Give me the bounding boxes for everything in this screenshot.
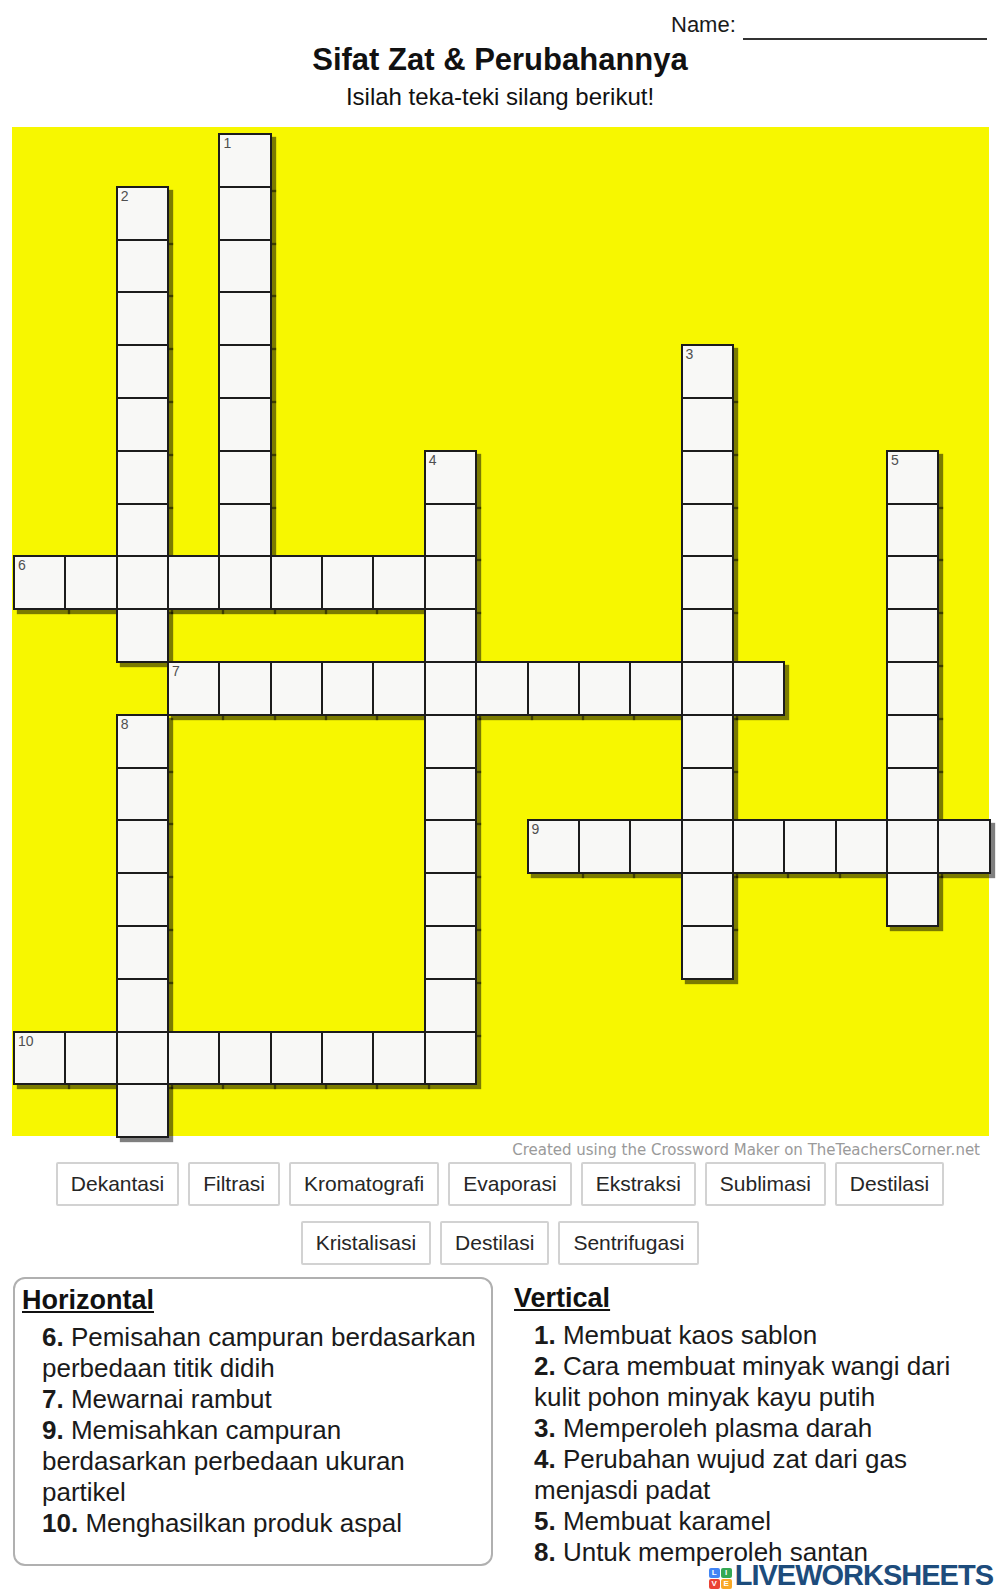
cell-r6c17[interactable]: 5 <box>886 450 939 505</box>
clue-item: 10. Menghasilkan produk aspal <box>42 1508 482 1539</box>
clue-item: 6. Pemisahan campuran berdasarkan perbed… <box>42 1322 482 1384</box>
cell-r10c10[interactable] <box>527 661 580 716</box>
cell-r11c2[interactable]: 8 <box>116 714 169 769</box>
cell-r14c2[interactable] <box>116 872 169 927</box>
worksheet-page: Name: Sifat Zat & Perubahannya Isilah te… <box>0 0 1000 1596</box>
clue-number-9: 9 <box>532 821 540 837</box>
word-bank-item: Evaporasi <box>448 1162 571 1206</box>
cell-r17c2[interactable] <box>116 1031 169 1086</box>
cell-r13c14[interactable] <box>732 819 785 874</box>
cell-r15c2[interactable] <box>116 925 169 980</box>
cell-r13c15[interactable] <box>783 819 836 874</box>
name-label: Name: <box>671 12 736 38</box>
cell-r10c3[interactable]: 7 <box>167 661 220 716</box>
word-bank-item: Ekstraksi <box>581 1162 696 1206</box>
cell-r12c17[interactable] <box>886 767 939 822</box>
cell-r5c2[interactable] <box>116 397 169 452</box>
clue-number-5: 5 <box>891 452 899 468</box>
cell-r3c4[interactable] <box>218 291 271 346</box>
cell-r7c17[interactable] <box>886 503 939 558</box>
cell-r17c6[interactable] <box>321 1031 374 1086</box>
cell-r12c8[interactable] <box>424 767 477 822</box>
cell-r17c5[interactable] <box>270 1031 323 1086</box>
cell-r2c4[interactable] <box>218 239 271 294</box>
cell-r8c0[interactable]: 6 <box>13 555 66 610</box>
clue-number-4: 4 <box>429 452 437 468</box>
cell-r15c8[interactable] <box>424 925 477 980</box>
name-blank-line[interactable] <box>743 38 987 40</box>
cell-r8c3[interactable] <box>167 555 220 610</box>
clue-number-7: 7 <box>172 663 180 679</box>
cell-r17c0[interactable]: 10 <box>13 1031 66 1086</box>
word-bank-item: Sublimasi <box>705 1162 826 1206</box>
cell-r7c8[interactable] <box>424 503 477 558</box>
word-bank-item: Filtrasi <box>188 1162 280 1206</box>
cell-r13c8[interactable] <box>424 819 477 874</box>
logo-letter-e: E <box>721 1579 732 1589</box>
word-bank-item: Destilasi <box>440 1221 549 1265</box>
clue-item: 7. Mewarnai rambut <box>42 1384 482 1415</box>
word-bank-item: Dekantasi <box>56 1162 179 1206</box>
clue-item: 2. Cara membuat minyak wangi dari kulit … <box>534 1351 974 1413</box>
clues-horizontal-list: 6. Pemisahan campuran berdasarkan perbed… <box>20 1322 483 1539</box>
logo-letter-l: L <box>709 1568 720 1578</box>
clue-number-10: 10 <box>18 1033 34 1049</box>
cell-r8c2[interactable] <box>116 555 169 610</box>
clue-number-1: 1 <box>223 135 231 151</box>
cell-r8c8[interactable] <box>424 555 477 610</box>
cell-r10c8[interactable] <box>424 661 477 716</box>
cell-r10c4[interactable] <box>218 661 271 716</box>
cell-r17c1[interactable] <box>64 1031 117 1086</box>
word-bank-item: Destilasi <box>835 1162 944 1206</box>
liveworksheets-icon: LIVE <box>709 1568 732 1589</box>
cell-r1c2[interactable]: 2 <box>116 186 169 241</box>
cell-r2c2[interactable] <box>116 239 169 294</box>
clue-item: 9. Memisahkan campuran berdasarkan perbe… <box>42 1415 482 1508</box>
cell-r6c13[interactable] <box>681 450 734 505</box>
cell-r7c13[interactable] <box>681 503 734 558</box>
cell-r13c13[interactable] <box>681 819 734 874</box>
clues-vertical-list: 1. Membuat kaos sablon2. Cara membuat mi… <box>512 1320 994 1568</box>
cell-r8c17[interactable] <box>886 555 939 610</box>
clue-number-2: 2 <box>121 188 129 204</box>
cell-r4c2[interactable] <box>116 344 169 399</box>
cell-r8c6[interactable] <box>321 555 374 610</box>
cell-r14c13[interactable] <box>681 872 734 927</box>
clues-vertical-box: Vertical 1. Membuat kaos sablon2. Cara m… <box>512 1277 994 1568</box>
cell-r13c18[interactable] <box>937 819 990 874</box>
liveworksheets-text: LIVEWORKSHEETS <box>735 1559 993 1592</box>
cell-r13c17[interactable] <box>886 819 939 874</box>
cell-r14c8[interactable] <box>424 872 477 927</box>
cell-r13c16[interactable] <box>835 819 888 874</box>
cell-r6c8[interactable]: 4 <box>424 450 477 505</box>
cell-r5c13[interactable] <box>681 397 734 452</box>
clue-item: 4. Perubahan wujud zat dari gas menjasdi… <box>534 1444 974 1506</box>
liveworksheets-logo[interactable]: LIVE LIVEWORKSHEETS <box>709 1559 993 1592</box>
cell-r13c12[interactable] <box>629 819 682 874</box>
cell-r8c1[interactable] <box>64 555 117 610</box>
clues-horizontal-heading: Horizontal <box>22 1284 483 1316</box>
clue-item: 1. Membuat kaos sablon <box>534 1320 974 1351</box>
cell-r13c10[interactable]: 9 <box>527 819 580 874</box>
cell-r4c13[interactable]: 3 <box>681 344 734 399</box>
word-bank-item: Sentrifugasi <box>558 1221 699 1265</box>
cell-r11c8[interactable] <box>424 714 477 769</box>
cell-r9c2[interactable] <box>116 608 169 663</box>
cell-r6c2[interactable] <box>116 450 169 505</box>
word-bank-row-1: DekantasiFiltrasiKromatografiEvaporasiEk… <box>0 1162 1000 1206</box>
clue-number-3: 3 <box>686 346 694 362</box>
cell-r17c7[interactable] <box>372 1031 425 1086</box>
cell-r10c14[interactable] <box>732 661 785 716</box>
cell-r17c4[interactable] <box>218 1031 271 1086</box>
cell-r9c13[interactable] <box>681 608 734 663</box>
cell-r8c7[interactable] <box>372 555 425 610</box>
cell-r16c2[interactable] <box>116 978 169 1033</box>
cell-r1c4[interactable] <box>218 186 271 241</box>
cell-r8c13[interactable] <box>681 555 734 610</box>
clue-item: 5. Membuat karamel <box>534 1506 974 1537</box>
cell-r10c9[interactable] <box>475 661 528 716</box>
cell-r10c5[interactable] <box>270 661 323 716</box>
cell-r10c17[interactable] <box>886 661 939 716</box>
cell-r14c17[interactable] <box>886 872 939 927</box>
cell-r7c2[interactable] <box>116 503 169 558</box>
crossword-board: 12345678910 <box>12 127 989 1136</box>
logo-letter-i: I <box>721 1568 732 1578</box>
cell-r17c3[interactable] <box>167 1031 220 1086</box>
cell-r11c17[interactable] <box>886 714 939 769</box>
cell-r4c4[interactable] <box>218 344 271 399</box>
credit-text: Created using the Crossword Maker on The… <box>512 1141 980 1159</box>
cell-r9c17[interactable] <box>886 608 939 663</box>
word-bank-item: Kromatografi <box>289 1162 439 1206</box>
cell-r6c4[interactable] <box>218 450 271 505</box>
word-bank-item: Kristalisasi <box>301 1221 431 1265</box>
logo-letter-v: V <box>709 1579 720 1589</box>
cell-r18c2[interactable] <box>116 1083 169 1138</box>
cell-r5c4[interactable] <box>218 397 271 452</box>
cell-r10c11[interactable] <box>578 661 631 716</box>
clues-vertical-heading: Vertical <box>514 1282 994 1314</box>
cell-r16c8[interactable] <box>424 978 477 1033</box>
cell-r10c7[interactable] <box>372 661 425 716</box>
cell-r10c13[interactable] <box>681 661 734 716</box>
word-bank-row-2: KristalisasiDestilasiSentrifugasi <box>0 1221 1000 1265</box>
clue-number-6: 6 <box>18 557 26 573</box>
clue-item: 3. Memperoleh plasma darah <box>534 1413 974 1444</box>
cell-r0c4[interactable]: 1 <box>218 133 271 188</box>
cell-r7c4[interactable] <box>218 503 271 558</box>
cell-r8c5[interactable] <box>270 555 323 610</box>
cell-r17c8[interactable] <box>424 1031 477 1086</box>
cell-r12c13[interactable] <box>681 767 734 822</box>
page-subtitle: Isilah teka-teki silang berikut! <box>0 83 1000 111</box>
cell-r12c2[interactable] <box>116 767 169 822</box>
clue-number-8: 8 <box>121 716 129 732</box>
cell-r8c4[interactable] <box>218 555 271 610</box>
cell-r10c12[interactable] <box>629 661 682 716</box>
cell-r13c11[interactable] <box>578 819 631 874</box>
page-title: Sifat Zat & Perubahannya <box>0 42 1000 78</box>
cell-r11c13[interactable] <box>681 714 734 769</box>
cell-r9c8[interactable] <box>424 608 477 663</box>
cell-r15c13[interactable] <box>681 925 734 980</box>
cell-r3c2[interactable] <box>116 291 169 346</box>
clues-horizontal-box: Horizontal 6. Pemisahan campuran berdasa… <box>13 1277 493 1566</box>
cell-r13c2[interactable] <box>116 819 169 874</box>
cell-r10c6[interactable] <box>321 661 374 716</box>
